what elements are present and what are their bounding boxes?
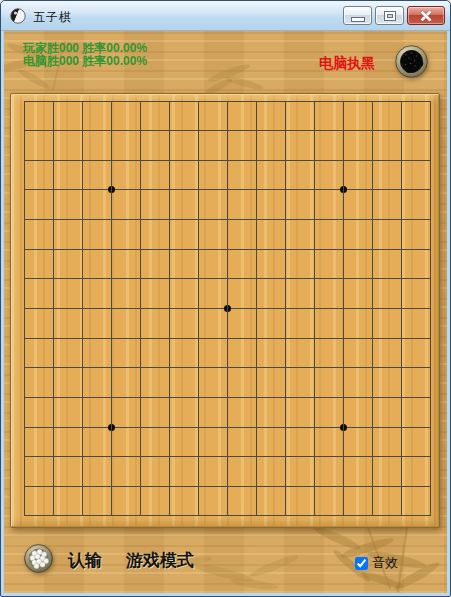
board-cell[interactable]	[155, 86, 184, 116]
board-cell[interactable]	[155, 175, 184, 205]
board-cell[interactable]	[329, 264, 358, 294]
board-cell[interactable]	[213, 294, 242, 324]
board-cell[interactable]	[271, 412, 300, 442]
board-cell[interactable]	[10, 294, 39, 324]
board-cell[interactable]	[97, 294, 126, 324]
board-cell[interactable]	[300, 353, 329, 383]
board-cell[interactable]	[416, 294, 445, 324]
board-cell[interactable]	[184, 501, 213, 531]
scoreboard: 玩家胜000 胜率00.00% 电脑胜000 胜率00.00%	[23, 42, 147, 68]
board-cell[interactable]	[416, 175, 445, 205]
maximize-icon	[385, 12, 395, 20]
board-cell[interactable]	[242, 501, 271, 531]
board-cell[interactable]	[416, 323, 445, 353]
board-cell[interactable]	[300, 145, 329, 175]
board-cell[interactable]	[39, 234, 68, 264]
board-cell[interactable]	[184, 442, 213, 472]
board-cell[interactable]	[97, 353, 126, 383]
board-cell[interactable]	[97, 323, 126, 353]
board-cell[interactable]	[300, 472, 329, 502]
board-cell[interactable]	[387, 501, 416, 531]
star-point	[108, 424, 115, 431]
board-cell[interactable]	[10, 205, 39, 235]
board-cell[interactable]	[300, 323, 329, 353]
board-cell[interactable]	[416, 264, 445, 294]
board-cell[interactable]	[387, 205, 416, 235]
board-cell[interactable]	[126, 205, 155, 235]
board-cell[interactable]	[126, 86, 155, 116]
board-cell[interactable]	[68, 116, 97, 146]
board-cell[interactable]	[184, 116, 213, 146]
board-cell[interactable]	[126, 501, 155, 531]
board-cell[interactable]	[68, 383, 97, 413]
board-cell[interactable]	[358, 234, 387, 264]
board-cell[interactable]	[300, 264, 329, 294]
board-cell[interactable]	[213, 501, 242, 531]
board-cell[interactable]	[242, 412, 271, 442]
board-cell[interactable]	[39, 294, 68, 324]
board-cell[interactable]	[271, 145, 300, 175]
board-grid	[10, 86, 445, 531]
board-cell[interactable]	[358, 294, 387, 324]
board-cell[interactable]	[358, 116, 387, 146]
board-cell[interactable]	[155, 501, 184, 531]
board-cell[interactable]	[126, 383, 155, 413]
star-point	[340, 424, 347, 431]
board-cell[interactable]	[271, 116, 300, 146]
board-cell[interactable]	[10, 116, 39, 146]
board-cell[interactable]	[155, 234, 184, 264]
star-point	[224, 305, 231, 312]
board-cell[interactable]	[358, 442, 387, 472]
board-cell[interactable]	[358, 472, 387, 502]
board-cell[interactable]	[213, 353, 242, 383]
board-cell[interactable]	[213, 234, 242, 264]
board-cell[interactable]	[242, 323, 271, 353]
board-cell[interactable]	[155, 205, 184, 235]
board-cell[interactable]	[271, 323, 300, 353]
board-cell[interactable]	[184, 205, 213, 235]
board-cell[interactable]	[358, 175, 387, 205]
board-cell[interactable]	[126, 175, 155, 205]
board-cell[interactable]	[300, 205, 329, 235]
board-cell[interactable]	[416, 234, 445, 264]
maximize-button[interactable]	[375, 6, 404, 25]
board-cell[interactable]	[39, 175, 68, 205]
board-cell[interactable]	[213, 86, 242, 116]
board-cell[interactable]	[242, 234, 271, 264]
board-cell[interactable]	[39, 86, 68, 116]
board-cell[interactable]	[155, 353, 184, 383]
minimize-icon	[352, 18, 364, 21]
board-cell[interactable]	[387, 86, 416, 116]
board-cell[interactable]	[300, 294, 329, 324]
board-cell[interactable]	[387, 116, 416, 146]
white-stones-bowl-icon	[24, 544, 53, 573]
board-cell[interactable]	[242, 383, 271, 413]
board-cell[interactable]	[39, 353, 68, 383]
board-cell[interactable]	[271, 501, 300, 531]
board-cell[interactable]	[300, 175, 329, 205]
board-cell[interactable]	[387, 145, 416, 175]
board-cell[interactable]	[358, 383, 387, 413]
board-cell[interactable]	[155, 383, 184, 413]
board-cell[interactable]	[10, 175, 39, 205]
board-cell[interactable]	[97, 472, 126, 502]
minimize-button[interactable]	[343, 6, 372, 25]
board-cell[interactable]	[329, 234, 358, 264]
board-cell[interactable]	[358, 205, 387, 235]
board-cell[interactable]	[271, 472, 300, 502]
board-cell[interactable]	[300, 86, 329, 116]
sound-checkbox[interactable]	[355, 557, 368, 570]
board-cell[interactable]	[387, 234, 416, 264]
board-cell[interactable]	[68, 234, 97, 264]
board-cell[interactable]	[387, 412, 416, 442]
board-cell[interactable]	[10, 472, 39, 502]
board-cell[interactable]	[68, 353, 97, 383]
board-cell[interactable]	[358, 323, 387, 353]
board-cell[interactable]	[10, 501, 39, 531]
board-cell[interactable]	[97, 86, 126, 116]
board-cell[interactable]	[39, 412, 68, 442]
board-cell[interactable]	[242, 472, 271, 502]
board-cell[interactable]	[97, 145, 126, 175]
star-point	[108, 186, 115, 193]
board-cell[interactable]	[97, 205, 126, 235]
sound-label[interactable]: 音效	[372, 554, 398, 572]
board-cell[interactable]	[416, 501, 445, 531]
board-cell[interactable]	[68, 145, 97, 175]
turn-indicator-label: 电脑执黑	[319, 55, 375, 73]
gomoku-window: 五子棋	[0, 0, 451, 597]
board-cell[interactable]	[300, 234, 329, 264]
board-cell[interactable]	[300, 442, 329, 472]
board-cell[interactable]	[300, 383, 329, 413]
board-cell[interactable]	[97, 501, 126, 531]
board-cell[interactable]	[329, 294, 358, 324]
board-cell[interactable]	[300, 412, 329, 442]
board-cell[interactable]	[184, 323, 213, 353]
board-cell[interactable]	[10, 383, 39, 413]
board-cell[interactable]	[155, 294, 184, 324]
board-cell[interactable]	[184, 234, 213, 264]
board-cell[interactable]	[416, 383, 445, 413]
board-cell[interactable]	[184, 472, 213, 502]
board-cell[interactable]	[213, 412, 242, 442]
board-cell[interactable]	[213, 175, 242, 205]
board-cell[interactable]	[126, 145, 155, 175]
board-cell[interactable]	[39, 323, 68, 353]
board-cell[interactable]	[271, 234, 300, 264]
board-cell[interactable]	[213, 383, 242, 413]
board-cell[interactable]	[329, 412, 358, 442]
sound-toggle: 音效	[355, 554, 398, 572]
client-area: 玩家胜000 胜率00.00% 电脑胜000 胜率00.00% 电脑执黑	[4, 31, 447, 593]
board-cell[interactable]	[97, 175, 126, 205]
board-cell[interactable]	[329, 442, 358, 472]
board-cell[interactable]	[184, 175, 213, 205]
board-cell[interactable]	[10, 323, 39, 353]
board-cell[interactable]	[184, 353, 213, 383]
board-cell[interactable]	[271, 294, 300, 324]
board-cell[interactable]	[242, 116, 271, 146]
title-bar[interactable]: 五子棋	[1, 1, 450, 31]
board-cell[interactable]	[39, 501, 68, 531]
board-cell[interactable]	[68, 86, 97, 116]
board-cell[interactable]	[97, 442, 126, 472]
board-cell[interactable]	[387, 323, 416, 353]
board-cell[interactable]	[242, 145, 271, 175]
board-cell[interactable]	[271, 264, 300, 294]
board-cell[interactable]	[10, 86, 39, 116]
player-score-line: 玩家胜000 胜率00.00%	[23, 41, 147, 55]
board-cell[interactable]	[68, 501, 97, 531]
board-cell[interactable]	[416, 442, 445, 472]
board-cell[interactable]	[155, 472, 184, 502]
board-cell[interactable]	[184, 86, 213, 116]
game-mode-button[interactable]: 游戏模式	[126, 549, 194, 572]
board-cell[interactable]	[10, 264, 39, 294]
board-cell[interactable]	[358, 412, 387, 442]
board-cell[interactable]	[39, 472, 68, 502]
board-cell[interactable]	[387, 353, 416, 383]
board-cell[interactable]	[155, 116, 184, 146]
board-cell[interactable]	[329, 205, 358, 235]
board-cell[interactable]	[358, 86, 387, 116]
board-cell[interactable]	[387, 294, 416, 324]
board-cell[interactable]	[358, 353, 387, 383]
board-cell[interactable]	[10, 412, 39, 442]
board-cell[interactable]	[416, 116, 445, 146]
board-cell[interactable]	[155, 145, 184, 175]
board-cell[interactable]	[416, 472, 445, 502]
board-cell[interactable]	[10, 234, 39, 264]
board-cell[interactable]	[39, 264, 68, 294]
board-cell[interactable]	[213, 264, 242, 294]
board-cell[interactable]	[155, 442, 184, 472]
board-cell[interactable]	[329, 175, 358, 205]
board-cell[interactable]	[213, 205, 242, 235]
board-cell[interactable]	[416, 353, 445, 383]
board-cell[interactable]	[271, 205, 300, 235]
board-cell[interactable]	[242, 86, 271, 116]
board-cell[interactable]	[39, 205, 68, 235]
board-cell[interactable]	[68, 264, 97, 294]
board-cell[interactable]	[242, 353, 271, 383]
board-cell[interactable]	[271, 383, 300, 413]
board-cell[interactable]	[300, 116, 329, 146]
close-icon	[420, 9, 433, 22]
board-cell[interactable]	[416, 205, 445, 235]
board-cell[interactable]	[300, 501, 329, 531]
board-cell[interactable]	[387, 442, 416, 472]
board-cell[interactable]	[271, 442, 300, 472]
board-cell[interactable]	[329, 472, 358, 502]
board-cell[interactable]	[242, 205, 271, 235]
board-cell[interactable]	[126, 294, 155, 324]
board-cell[interactable]	[329, 145, 358, 175]
close-button[interactable]	[407, 6, 445, 25]
board-cell[interactable]	[68, 412, 97, 442]
board-cell[interactable]	[213, 323, 242, 353]
board-cell[interactable]	[10, 145, 39, 175]
board-cell[interactable]	[184, 412, 213, 442]
board-cell[interactable]	[97, 116, 126, 146]
board-cell[interactable]	[271, 353, 300, 383]
board-cell[interactable]	[184, 383, 213, 413]
board-cell[interactable]	[271, 175, 300, 205]
go-stone-icon	[10, 8, 26, 24]
board-cell[interactable]	[68, 323, 97, 353]
board-cell[interactable]	[68, 205, 97, 235]
board-cell[interactable]	[184, 294, 213, 324]
board-cell[interactable]	[242, 175, 271, 205]
board-cell[interactable]	[155, 323, 184, 353]
board-cell[interactable]	[155, 412, 184, 442]
board-cell[interactable]	[155, 264, 184, 294]
board-cell[interactable]	[126, 116, 155, 146]
board-cell[interactable]	[68, 175, 97, 205]
board-cell[interactable]	[68, 472, 97, 502]
board-cell[interactable]	[416, 86, 445, 116]
board-cell[interactable]	[39, 116, 68, 146]
board-cell[interactable]	[126, 442, 155, 472]
gomoku-board	[10, 93, 440, 528]
star-point	[340, 186, 347, 193]
board-cell[interactable]	[416, 145, 445, 175]
board-cell[interactable]	[387, 175, 416, 205]
window-title: 五子棋	[33, 9, 72, 26]
board-cell[interactable]	[358, 264, 387, 294]
board-cell[interactable]	[68, 442, 97, 472]
board-cell[interactable]	[97, 234, 126, 264]
board-cell[interactable]	[387, 264, 416, 294]
board-cell[interactable]	[39, 442, 68, 472]
board-cell[interactable]	[126, 234, 155, 264]
board-cell[interactable]	[242, 294, 271, 324]
board-cell[interactable]	[68, 294, 97, 324]
board-cell[interactable]	[329, 86, 358, 116]
board-cell[interactable]	[387, 383, 416, 413]
board-cell[interactable]	[184, 145, 213, 175]
board-cell[interactable]	[242, 442, 271, 472]
board-cell[interactable]	[10, 353, 39, 383]
black-stones-bowl-icon	[395, 45, 428, 78]
board-cell[interactable]	[97, 264, 126, 294]
board-cell[interactable]	[242, 264, 271, 294]
board-cell[interactable]	[10, 442, 39, 472]
board-cell[interactable]	[126, 264, 155, 294]
board-cell[interactable]	[213, 442, 242, 472]
board-cell[interactable]	[39, 383, 68, 413]
board-cell[interactable]	[329, 383, 358, 413]
board-cell[interactable]	[213, 145, 242, 175]
board-cell[interactable]	[126, 323, 155, 353]
board-cell[interactable]	[387, 472, 416, 502]
board-cell[interactable]	[329, 501, 358, 531]
board-cell[interactable]	[329, 353, 358, 383]
board-cell[interactable]	[358, 145, 387, 175]
board-cell[interactable]	[97, 383, 126, 413]
board-cell[interactable]	[126, 353, 155, 383]
board-cell[interactable]	[329, 116, 358, 146]
board-cell[interactable]	[416, 412, 445, 442]
resign-button[interactable]: 认输	[68, 549, 102, 572]
board-cell[interactable]	[329, 323, 358, 353]
board-cell[interactable]	[358, 501, 387, 531]
board-cell[interactable]	[126, 472, 155, 502]
board-cell[interactable]	[213, 116, 242, 146]
board-cell[interactable]	[213, 472, 242, 502]
board-cell[interactable]	[184, 264, 213, 294]
computer-score-line: 电脑胜000 胜率00.00%	[23, 54, 147, 68]
board-cell[interactable]	[126, 412, 155, 442]
board-cell[interactable]	[39, 145, 68, 175]
board-cell[interactable]	[271, 86, 300, 116]
board-cell[interactable]	[97, 412, 126, 442]
